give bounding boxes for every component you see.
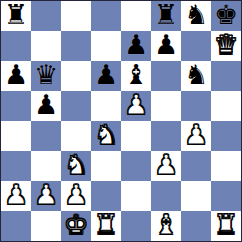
- black-pawn: ♟: [34, 91, 58, 120]
- black-pawn: ♟: [4, 61, 28, 90]
- square-g3[interactable]: [181, 151, 211, 181]
- square-b2[interactable]: ♟: [31, 181, 61, 211]
- square-c2[interactable]: ♟: [61, 181, 91, 211]
- square-d8[interactable]: [91, 1, 121, 31]
- white-knight: ♞: [64, 151, 88, 180]
- square-g6[interactable]: ♞: [181, 61, 211, 91]
- square-f6[interactable]: [151, 61, 181, 91]
- white-queen: ♛: [214, 31, 238, 60]
- square-e1[interactable]: [121, 211, 151, 241]
- square-a6[interactable]: ♟: [1, 61, 31, 91]
- black-pawn: ♟: [124, 31, 148, 60]
- square-h4[interactable]: [211, 121, 241, 151]
- white-rook: ♜: [214, 211, 238, 240]
- black-pawn: ♟: [154, 31, 178, 60]
- square-b7[interactable]: [31, 31, 61, 61]
- white-pawn: ♟: [154, 151, 178, 180]
- square-b3[interactable]: [31, 151, 61, 181]
- square-g7[interactable]: [181, 31, 211, 61]
- black-queen: ♛: [34, 61, 58, 90]
- square-d5[interactable]: [91, 91, 121, 121]
- white-rook: ♜: [94, 211, 118, 240]
- square-e2[interactable]: [121, 181, 151, 211]
- black-rook: ♜: [154, 1, 178, 30]
- square-c8[interactable]: [61, 1, 91, 31]
- square-c4[interactable]: [61, 121, 91, 151]
- square-c3[interactable]: ♞: [61, 151, 91, 181]
- black-bishop: ♝: [124, 61, 148, 90]
- white-bishop: ♝: [154, 211, 178, 240]
- square-f8[interactable]: ♜: [151, 1, 181, 31]
- square-f2[interactable]: [151, 181, 181, 211]
- square-h6[interactable]: [211, 61, 241, 91]
- square-e4[interactable]: [121, 121, 151, 151]
- square-f5[interactable]: [151, 91, 181, 121]
- square-b8[interactable]: [31, 1, 61, 31]
- chess-board: ♜♜♞♚♟♟♛♟♛♟♝♞♟♟♞♟♞♟♟♟♟♚♜♝♜: [0, 0, 242, 242]
- square-e6[interactable]: ♝: [121, 61, 151, 91]
- square-g2[interactable]: [181, 181, 211, 211]
- square-e5[interactable]: ♟: [121, 91, 151, 121]
- white-pawn: ♟: [124, 91, 148, 120]
- square-h7[interactable]: ♛: [211, 31, 241, 61]
- square-a8[interactable]: ♜: [1, 1, 31, 31]
- square-a4[interactable]: [1, 121, 31, 151]
- square-d1[interactable]: ♜: [91, 211, 121, 241]
- square-g5[interactable]: [181, 91, 211, 121]
- square-b1[interactable]: [31, 211, 61, 241]
- square-d3[interactable]: [91, 151, 121, 181]
- square-f4[interactable]: [151, 121, 181, 151]
- square-a3[interactable]: [1, 151, 31, 181]
- square-h5[interactable]: [211, 91, 241, 121]
- white-pawn: ♟: [4, 181, 28, 210]
- black-pawn: ♟: [94, 61, 118, 90]
- square-d2[interactable]: [91, 181, 121, 211]
- square-b5[interactable]: ♟: [31, 91, 61, 121]
- square-c6[interactable]: [61, 61, 91, 91]
- square-h3[interactable]: [211, 151, 241, 181]
- square-e7[interactable]: ♟: [121, 31, 151, 61]
- square-a1[interactable]: [1, 211, 31, 241]
- square-h1[interactable]: ♜: [211, 211, 241, 241]
- black-rook: ♜: [4, 1, 28, 30]
- black-knight: ♞: [184, 61, 208, 90]
- square-a5[interactable]: [1, 91, 31, 121]
- square-g1[interactable]: [181, 211, 211, 241]
- white-pawn: ♟: [34, 181, 58, 210]
- square-d6[interactable]: ♟: [91, 61, 121, 91]
- square-b4[interactable]: [31, 121, 61, 151]
- square-b6[interactable]: ♛: [31, 61, 61, 91]
- square-f3[interactable]: ♟: [151, 151, 181, 181]
- white-pawn: ♟: [64, 181, 88, 210]
- white-knight: ♞: [94, 121, 118, 150]
- black-king: ♚: [214, 1, 238, 30]
- square-h2[interactable]: [211, 181, 241, 211]
- square-h8[interactable]: ♚: [211, 1, 241, 31]
- square-c5[interactable]: [61, 91, 91, 121]
- black-knight: ♞: [184, 1, 208, 30]
- square-c7[interactable]: [61, 31, 91, 61]
- square-c1[interactable]: ♚: [61, 211, 91, 241]
- square-d4[interactable]: ♞: [91, 121, 121, 151]
- white-pawn: ♟: [184, 121, 208, 150]
- square-e3[interactable]: [121, 151, 151, 181]
- square-g4[interactable]: ♟: [181, 121, 211, 151]
- square-f7[interactable]: ♟: [151, 31, 181, 61]
- square-f1[interactable]: ♝: [151, 211, 181, 241]
- square-e8[interactable]: [121, 1, 151, 31]
- square-a2[interactable]: ♟: [1, 181, 31, 211]
- square-g8[interactable]: ♞: [181, 1, 211, 31]
- square-a7[interactable]: [1, 31, 31, 61]
- white-king: ♚: [64, 211, 88, 240]
- square-d7[interactable]: [91, 31, 121, 61]
